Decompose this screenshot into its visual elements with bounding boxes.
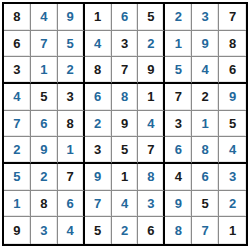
cell-r3c1[interactable]: 3 xyxy=(4,57,31,84)
cell-r2c6[interactable]: 2 xyxy=(138,31,165,58)
cell-r4c2[interactable]: 5 xyxy=(31,84,58,111)
cell-r1c2[interactable]: 4 xyxy=(31,4,58,31)
cell-r6c3[interactable]: 1 xyxy=(58,137,85,164)
cell-r7c2[interactable]: 2 xyxy=(31,164,58,191)
cell-r9c8[interactable]: 7 xyxy=(192,217,219,244)
cell-r1c8[interactable]: 3 xyxy=(192,4,219,31)
cell-r4c8[interactable]: 2 xyxy=(192,84,219,111)
cell-r2c4[interactable]: 4 xyxy=(85,31,112,58)
cell-r6c9[interactable]: 4 xyxy=(219,137,246,164)
cell-r1c3[interactable]: 9 xyxy=(58,4,85,31)
cell-r8c7[interactable]: 9 xyxy=(165,191,192,218)
cell-r9c5[interactable]: 2 xyxy=(112,217,139,244)
cell-r6c4[interactable]: 3 xyxy=(85,137,112,164)
cell-r2c9[interactable]: 8 xyxy=(219,31,246,58)
cell-r6c8[interactable]: 8 xyxy=(192,137,219,164)
cell-r4c9[interactable]: 9 xyxy=(219,84,246,111)
cell-r2c8[interactable]: 9 xyxy=(192,31,219,58)
cell-r4c4[interactable]: 6 xyxy=(85,84,112,111)
cell-r3c4[interactable]: 8 xyxy=(85,57,112,84)
cell-r7c8[interactable]: 6 xyxy=(192,164,219,191)
cell-r4c5[interactable]: 8 xyxy=(112,84,139,111)
cell-r9c6[interactable]: 6 xyxy=(138,217,165,244)
cell-r8c3[interactable]: 6 xyxy=(58,191,85,218)
cell-r8c6[interactable]: 3 xyxy=(138,191,165,218)
cell-r4c6[interactable]: 1 xyxy=(138,84,165,111)
cell-r3c9[interactable]: 6 xyxy=(219,57,246,84)
cell-r7c3[interactable]: 7 xyxy=(58,164,85,191)
cell-r9c7[interactable]: 8 xyxy=(165,217,192,244)
cell-r7c6[interactable]: 8 xyxy=(138,164,165,191)
cell-r5c1[interactable]: 7 xyxy=(4,111,31,138)
cell-r9c1[interactable]: 9 xyxy=(4,217,31,244)
cell-r8c1[interactable]: 1 xyxy=(4,191,31,218)
cell-r1c6[interactable]: 5 xyxy=(138,4,165,31)
cell-r8c9[interactable]: 2 xyxy=(219,191,246,218)
sudoku-board: 8491652376754321983128795464536817297682… xyxy=(2,2,248,246)
cell-r9c9[interactable]: 1 xyxy=(219,217,246,244)
cell-r5c6[interactable]: 4 xyxy=(138,111,165,138)
cell-r1c7[interactable]: 2 xyxy=(165,4,192,31)
cell-r7c9[interactable]: 3 xyxy=(219,164,246,191)
cell-r4c7[interactable]: 7 xyxy=(165,84,192,111)
cell-r2c3[interactable]: 5 xyxy=(58,31,85,58)
cell-r6c5[interactable]: 5 xyxy=(112,137,139,164)
cell-r5c8[interactable]: 1 xyxy=(192,111,219,138)
cell-r7c4[interactable]: 9 xyxy=(85,164,112,191)
cell-r1c1[interactable]: 8 xyxy=(4,4,31,31)
cell-r2c5[interactable]: 3 xyxy=(112,31,139,58)
cell-r5c9[interactable]: 5 xyxy=(219,111,246,138)
cell-r6c2[interactable]: 9 xyxy=(31,137,58,164)
cell-r3c7[interactable]: 5 xyxy=(165,57,192,84)
cell-r3c8[interactable]: 4 xyxy=(192,57,219,84)
cell-r3c6[interactable]: 9 xyxy=(138,57,165,84)
cell-r8c4[interactable]: 7 xyxy=(85,191,112,218)
cell-r6c1[interactable]: 2 xyxy=(4,137,31,164)
cell-r8c5[interactable]: 4 xyxy=(112,191,139,218)
cell-r3c2[interactable]: 1 xyxy=(31,57,58,84)
cell-r7c7[interactable]: 4 xyxy=(165,164,192,191)
cell-r8c2[interactable]: 8 xyxy=(31,191,58,218)
cell-r6c6[interactable]: 7 xyxy=(138,137,165,164)
cell-r1c5[interactable]: 6 xyxy=(112,4,139,31)
cell-r5c4[interactable]: 2 xyxy=(85,111,112,138)
cell-r1c4[interactable]: 1 xyxy=(85,4,112,31)
cell-r5c2[interactable]: 6 xyxy=(31,111,58,138)
cell-r1c9[interactable]: 7 xyxy=(219,4,246,31)
cell-r6c7[interactable]: 6 xyxy=(165,137,192,164)
cell-r8c8[interactable]: 5 xyxy=(192,191,219,218)
cell-r5c5[interactable]: 9 xyxy=(112,111,139,138)
cell-r7c1[interactable]: 5 xyxy=(4,164,31,191)
cell-r9c2[interactable]: 3 xyxy=(31,217,58,244)
cell-r7c5[interactable]: 1 xyxy=(112,164,139,191)
cell-r4c1[interactable]: 4 xyxy=(4,84,31,111)
cell-r9c4[interactable]: 5 xyxy=(85,217,112,244)
cell-r2c7[interactable]: 1 xyxy=(165,31,192,58)
sudoku-page: 8491652376754321983128795464536817297682… xyxy=(0,0,250,248)
cell-r2c1[interactable]: 6 xyxy=(4,31,31,58)
cell-r4c3[interactable]: 3 xyxy=(58,84,85,111)
cell-r3c5[interactable]: 7 xyxy=(112,57,139,84)
cell-r5c7[interactable]: 3 xyxy=(165,111,192,138)
cell-r5c3[interactable]: 8 xyxy=(58,111,85,138)
cell-r3c3[interactable]: 2 xyxy=(58,57,85,84)
cell-r2c2[interactable]: 7 xyxy=(31,31,58,58)
cell-r9c3[interactable]: 4 xyxy=(58,217,85,244)
